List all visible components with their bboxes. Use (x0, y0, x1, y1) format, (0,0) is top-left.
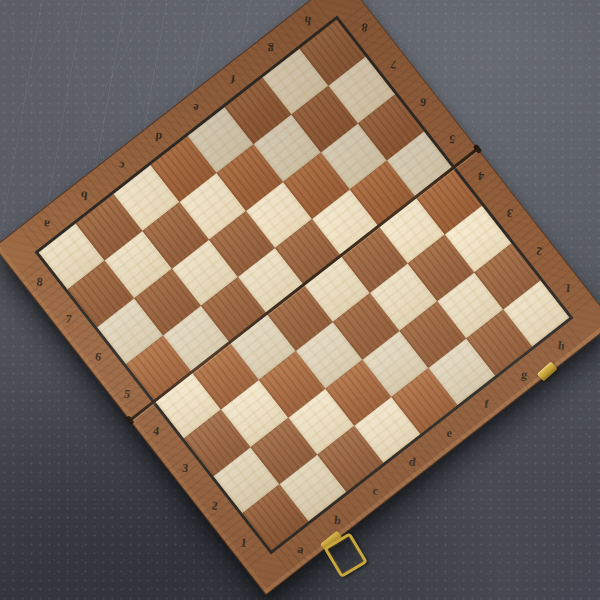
chess-board: abcdefgh abcdefgh 87654321 87654321 (0, 0, 600, 595)
photo-scene: abcdefgh abcdefgh 87654321 87654321 (0, 0, 600, 600)
brass-clasp-closed-icon (537, 361, 558, 381)
